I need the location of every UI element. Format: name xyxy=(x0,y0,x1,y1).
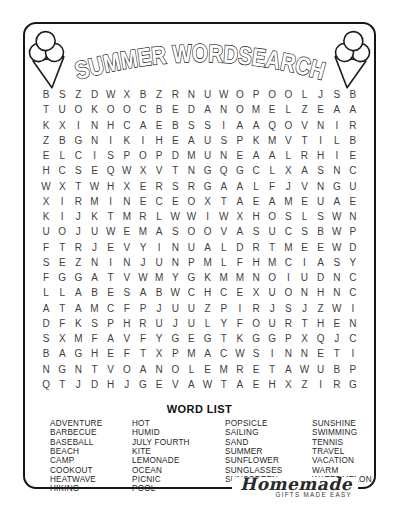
grid-cell: A xyxy=(232,118,248,133)
grid-cell: E xyxy=(38,148,54,163)
grid-cell: T xyxy=(216,331,232,346)
word-item: SAND xyxy=(225,438,312,447)
grid-cell: G xyxy=(248,331,264,346)
grid-cell: M xyxy=(216,270,232,285)
grid-cell: T xyxy=(135,346,151,361)
grid-cell: Y xyxy=(345,255,361,270)
grid-cell: P xyxy=(151,148,167,163)
grid-cell: F xyxy=(232,316,248,331)
grid-cell: N xyxy=(86,133,102,148)
grid-cell: B xyxy=(38,87,54,102)
grid-cell: L xyxy=(216,255,232,270)
grid-cell: H xyxy=(86,346,102,361)
grid-cell: N xyxy=(70,362,86,377)
grid-cell: G xyxy=(54,270,70,285)
grid-cell: J xyxy=(86,240,102,255)
grid-cell: W xyxy=(167,209,183,224)
grid-cell: E xyxy=(313,240,329,255)
word-item: SUNFLOWER xyxy=(225,456,312,465)
grid-cell: A xyxy=(151,224,167,239)
grid-cell: A xyxy=(54,346,70,361)
grid-cell: A xyxy=(232,377,248,392)
grid-cell: G xyxy=(135,377,151,392)
grid-cell: T xyxy=(70,179,86,194)
grid-cell: N xyxy=(296,346,312,361)
grid-cell: T xyxy=(86,362,102,377)
grid-cell: J xyxy=(296,301,312,316)
grid-cell: S xyxy=(199,118,215,133)
grid-cell: J xyxy=(119,377,135,392)
grid-cell: U xyxy=(345,179,361,194)
grid-cell: X xyxy=(54,179,70,194)
grid-cell: W xyxy=(216,209,232,224)
grid-cell: V xyxy=(119,331,135,346)
grid-cell: I xyxy=(313,133,329,148)
grid-cell: B xyxy=(313,224,329,239)
grid-cell: U xyxy=(313,194,329,209)
grid-cell: Q xyxy=(103,163,119,178)
grid-cell: A xyxy=(264,148,280,163)
grid-cell: N xyxy=(86,118,102,133)
grid-cell: A xyxy=(329,194,345,209)
grid-cell: R xyxy=(248,301,264,316)
grid-cell: A xyxy=(280,362,296,377)
grid-cell: R xyxy=(70,240,86,255)
grid-cell: B xyxy=(329,362,345,377)
grid-cell: M xyxy=(70,331,86,346)
word-item: CAMP xyxy=(50,456,132,465)
grid-cell: X xyxy=(38,194,54,209)
grid-cell: I xyxy=(345,346,361,361)
word-item: HOT xyxy=(132,419,225,428)
grid-cell: U xyxy=(264,285,280,300)
grid-cell: K xyxy=(199,270,215,285)
word-item: BEACH xyxy=(50,447,132,456)
grid-cell: K xyxy=(119,133,135,148)
grid-cell: O xyxy=(199,224,215,239)
grid-cell: Y xyxy=(151,331,167,346)
grid-cell: B xyxy=(167,118,183,133)
grid-cell: R xyxy=(167,87,183,102)
word-item: POOL xyxy=(132,484,225,493)
word-item: LEMONADE xyxy=(132,456,225,465)
grid-cell: A xyxy=(232,224,248,239)
grid-cell: T xyxy=(103,209,119,224)
grid-cell: L xyxy=(54,148,70,163)
grid-cell: S xyxy=(216,133,232,148)
grid-cell: I xyxy=(313,377,329,392)
grid-cell: E xyxy=(345,148,361,163)
grid-cell: L xyxy=(216,240,232,255)
grid-cell: L xyxy=(329,133,345,148)
grid-cell: Z xyxy=(296,102,312,117)
grid-cell: S xyxy=(38,331,54,346)
grid-cell: E xyxy=(248,362,264,377)
ice-cream-cone-icon xyxy=(25,28,71,93)
grid-cell: I xyxy=(151,240,167,255)
grid-cell: D xyxy=(86,377,102,392)
grid-cell: J xyxy=(70,224,86,239)
grid-cell: E xyxy=(313,102,329,117)
grid-cell: M xyxy=(264,255,280,270)
grid-cell: W xyxy=(183,209,199,224)
grid-cell: U xyxy=(199,87,215,102)
word-item: POPSICLE xyxy=(225,419,312,428)
grid-cell: E xyxy=(135,179,151,194)
grid-cell: O xyxy=(280,118,296,133)
grid-cell: P xyxy=(183,255,199,270)
grid-cell: U xyxy=(167,301,183,316)
grid-cell: L xyxy=(296,209,312,224)
grid-cell: H xyxy=(313,316,329,331)
grid-cell: A xyxy=(345,102,361,117)
grid-cell: R xyxy=(232,362,248,377)
grid-cell: N xyxy=(296,285,312,300)
grid-cell: E xyxy=(232,285,248,300)
grid-cell: P xyxy=(216,301,232,316)
grid-cell: H xyxy=(248,209,264,224)
grid-cell: K xyxy=(38,118,54,133)
word-item: SUMMER xyxy=(225,447,312,456)
grid-cell: O xyxy=(248,316,264,331)
grid-cell: Y xyxy=(135,240,151,255)
grid-cell: T xyxy=(167,163,183,178)
grid-cell: H xyxy=(103,118,119,133)
grid-cell: C xyxy=(280,255,296,270)
grid-cell: E xyxy=(119,224,135,239)
grid-cell: A xyxy=(199,240,215,255)
grid-cell: J xyxy=(313,87,329,102)
grid-cell: J xyxy=(151,301,167,316)
grid-cell: T xyxy=(54,301,70,316)
grid-cell: M xyxy=(183,148,199,163)
grid-cell: D xyxy=(167,148,183,163)
grid-cell: S xyxy=(54,87,70,102)
grid-cell: I xyxy=(345,301,361,316)
grid-cell: M xyxy=(86,301,102,316)
grid-cell: N xyxy=(329,285,345,300)
grid-cell: U xyxy=(151,316,167,331)
grid-cell: I xyxy=(103,133,119,148)
letter-grid: BSZDWXBZRNUWOPOOLJSBTUOKOOCBEDANOMELZEAA… xyxy=(38,87,361,392)
grid-cell: M xyxy=(216,362,232,377)
grid-cell: O xyxy=(264,87,280,102)
grid-cell: B xyxy=(151,285,167,300)
grid-cell: S xyxy=(313,209,329,224)
grid-cell: O xyxy=(54,224,70,239)
word-list-column: ADVENTUREBARBECUEBASEBALLBEACHCAMPCOOKOU… xyxy=(50,419,132,494)
grid-cell: H xyxy=(264,377,280,392)
grid-cell: X xyxy=(119,179,135,194)
grid-cell: F xyxy=(135,331,151,346)
grid-cell: X xyxy=(280,163,296,178)
grid-cell: V xyxy=(280,133,296,148)
grid-cell: E xyxy=(232,148,248,163)
grid-cell: L xyxy=(38,285,54,300)
grid-cell: A xyxy=(199,346,215,361)
grid-cell: O xyxy=(70,102,86,117)
grid-cell: H xyxy=(313,148,329,163)
grid-cell: G xyxy=(167,331,183,346)
grid-cell: N xyxy=(167,240,183,255)
grid-cell: A xyxy=(70,301,86,316)
grid-cell: C xyxy=(183,285,199,300)
grid-cell: X xyxy=(135,163,151,178)
grid-cell: M xyxy=(86,194,102,209)
grid-cell: R xyxy=(280,316,296,331)
grid-cell: F xyxy=(119,301,135,316)
grid-cell: S xyxy=(329,87,345,102)
grid-cell: O xyxy=(264,270,280,285)
grid-cell: C xyxy=(103,301,119,316)
grid-cell: U xyxy=(296,270,312,285)
grid-cell: W xyxy=(216,87,232,102)
grid-cell: B xyxy=(345,133,361,148)
grid-cell: Z xyxy=(70,255,86,270)
grid-cell: E xyxy=(329,316,345,331)
grid-cell: C xyxy=(119,118,135,133)
word-item: BARBECUE xyxy=(50,428,132,437)
ice-cream-cone-icon xyxy=(328,28,374,93)
grid-cell: F xyxy=(38,240,54,255)
word-item: HEATWAVE xyxy=(50,475,132,484)
grid-cell: I xyxy=(54,194,70,209)
grid-cell: G xyxy=(70,346,86,361)
grid-cell: W xyxy=(103,224,119,239)
grid-cell: S xyxy=(280,301,296,316)
grid-cell: D xyxy=(86,87,102,102)
grid-cell: X xyxy=(151,346,167,361)
grid-cell: O xyxy=(232,102,248,117)
grid-cell: A xyxy=(86,270,102,285)
grid-cell: N xyxy=(151,362,167,377)
grid-cell: S xyxy=(248,224,264,239)
grid-cell: A xyxy=(232,179,248,194)
grid-cell: A xyxy=(296,163,312,178)
grid-cell: C xyxy=(345,163,361,178)
word-list-heading: WORD LIST xyxy=(25,403,374,415)
grid-cell: A xyxy=(103,331,119,346)
grid-cell: E xyxy=(151,377,167,392)
grid-cell: J xyxy=(329,331,345,346)
grid-cell: S xyxy=(167,179,183,194)
grid-cell: S xyxy=(86,316,102,331)
grid-cell: D xyxy=(38,316,54,331)
grid-cell: Q xyxy=(264,118,280,133)
grid-cell: S xyxy=(280,209,296,224)
grid-cell: K xyxy=(38,209,54,224)
grid-cell: Z xyxy=(38,133,54,148)
grid-cell: D xyxy=(313,270,329,285)
grid-cell: V xyxy=(151,163,167,178)
grid-cell: A xyxy=(329,102,345,117)
grid-cell: R xyxy=(296,148,312,163)
grid-cell: O xyxy=(183,224,199,239)
grid-cell: I xyxy=(103,194,119,209)
grid-cell: U xyxy=(54,102,70,117)
grid-cell: A xyxy=(183,133,199,148)
grid-cell: M xyxy=(280,240,296,255)
grid-cell: N xyxy=(329,163,345,178)
grid-cell: I xyxy=(264,346,280,361)
word-item: SAILING xyxy=(225,428,312,437)
grid-cell: W xyxy=(38,179,54,194)
grid-cell: N xyxy=(119,194,135,209)
grid-cell: H xyxy=(103,377,119,392)
grid-cell: U xyxy=(199,133,215,148)
grid-cell: M xyxy=(151,270,167,285)
grid-cell: H xyxy=(313,285,329,300)
grid-cell: R xyxy=(345,118,361,133)
grid-cell: X xyxy=(119,87,135,102)
grid-cell: T xyxy=(38,102,54,117)
grid-cell: G xyxy=(183,270,199,285)
grid-cell: L xyxy=(248,179,264,194)
grid-cell: W xyxy=(199,377,215,392)
grid-cell: X xyxy=(280,377,296,392)
grid-cell: O xyxy=(119,362,135,377)
grid-cell: M xyxy=(135,224,151,239)
grid-cell: P xyxy=(135,301,151,316)
grid-cell: L xyxy=(280,102,296,117)
grid-cell: T xyxy=(54,377,70,392)
grid-cell: N xyxy=(248,270,264,285)
word-list-column: HOTHUMIDJULY FOURTHKITELEMONADEOCEANPICN… xyxy=(132,419,225,494)
grid-cell: G xyxy=(264,331,280,346)
grid-cell: S xyxy=(248,346,264,361)
grid-cell: X xyxy=(54,331,70,346)
grid-cell: Y xyxy=(216,316,232,331)
grid-cell: A xyxy=(135,362,151,377)
grid-cell: K xyxy=(232,331,248,346)
grid-cell: G xyxy=(199,331,215,346)
grid-cell: T xyxy=(264,240,280,255)
word-item: COOKOUT xyxy=(50,466,132,475)
grid-cell: F xyxy=(38,270,54,285)
grid-cell: K xyxy=(86,102,102,117)
grid-cell: M xyxy=(232,270,248,285)
grid-cell: N xyxy=(216,148,232,163)
grid-cell: C xyxy=(216,346,232,361)
grid-cell: T xyxy=(329,346,345,361)
grid-cell: S xyxy=(70,163,86,178)
grid-cell: P xyxy=(345,224,361,239)
grid-cell: W xyxy=(329,240,345,255)
grid-cell: P xyxy=(280,331,296,346)
grid-cell: E xyxy=(264,102,280,117)
grid-cell: E xyxy=(296,194,312,209)
grid-cell: O xyxy=(119,102,135,117)
grid-cell: A xyxy=(313,255,329,270)
grid-cell: W xyxy=(86,179,102,194)
grid-cell: N xyxy=(345,316,361,331)
grid-cell: H xyxy=(248,255,264,270)
grid-cell: T xyxy=(54,240,70,255)
grid-cell: B xyxy=(135,87,151,102)
grid-cell: R xyxy=(135,209,151,224)
grid-cell: N xyxy=(38,362,54,377)
grid-cell: F xyxy=(232,255,248,270)
grid-cell: U xyxy=(264,316,280,331)
grid-cell: E xyxy=(103,285,119,300)
grid-cell: L xyxy=(296,87,312,102)
grid-cell: P xyxy=(232,133,248,148)
grid-cell: I xyxy=(70,118,86,133)
grid-cell: I xyxy=(329,118,345,133)
grid-cell: O xyxy=(280,285,296,300)
grid-cell: V xyxy=(296,118,312,133)
grid-cell: M xyxy=(264,133,280,148)
grid-cell: S xyxy=(313,163,329,178)
grid-cell: U xyxy=(86,224,102,239)
grid-cell: D xyxy=(183,102,199,117)
word-item: VACATION xyxy=(312,456,372,465)
grid-cell: E xyxy=(167,194,183,209)
grid-cell: P xyxy=(103,316,119,331)
grid-cell: E xyxy=(151,118,167,133)
grid-cell: E xyxy=(345,194,361,209)
grid-cell: P xyxy=(248,87,264,102)
grid-cell: E xyxy=(167,133,183,148)
grid-cell: K xyxy=(86,209,102,224)
grid-cell: S xyxy=(119,285,135,300)
grid-cell: N xyxy=(86,255,102,270)
grid-cell: E xyxy=(248,194,264,209)
grid-cell: F xyxy=(86,331,102,346)
word-item: KITE xyxy=(132,447,225,456)
grid-cell: R xyxy=(135,316,151,331)
grid-cell: T xyxy=(216,194,232,209)
grid-cell: V xyxy=(103,362,119,377)
grid-cell: O xyxy=(264,209,280,224)
grid-cell: T xyxy=(103,270,119,285)
grid-cell: O xyxy=(135,148,151,163)
grid-cell: I xyxy=(199,209,215,224)
grid-cell: E xyxy=(103,346,119,361)
grid-cell: I xyxy=(54,209,70,224)
grid-cell: X xyxy=(199,194,215,209)
grid-cell: L xyxy=(54,285,70,300)
grid-cell: W xyxy=(329,301,345,316)
word-item: TRAVEL xyxy=(312,447,372,456)
grid-cell: W xyxy=(103,87,119,102)
word-item: OCEAN xyxy=(132,466,225,475)
grid-cell: A xyxy=(135,285,151,300)
grid-cell: C xyxy=(216,285,232,300)
grid-cell: X xyxy=(232,209,248,224)
grid-cell: C xyxy=(70,148,86,163)
grid-cell: S xyxy=(103,148,119,163)
grid-cell: W xyxy=(232,346,248,361)
grid-cell: R xyxy=(183,179,199,194)
grid-cell: I xyxy=(329,148,345,163)
grid-cell: V xyxy=(296,179,312,194)
grid-cell: C xyxy=(345,285,361,300)
grid-cell: S xyxy=(38,255,54,270)
word-item: SUNSHINE xyxy=(312,419,372,428)
grid-cell: L xyxy=(183,362,199,377)
grid-cell: A xyxy=(70,285,86,300)
grid-cell: A xyxy=(232,194,248,209)
grid-cell: G xyxy=(199,163,215,178)
grid-cell: X xyxy=(296,331,312,346)
brand-logo: Homemade GIFTS MADE EASY xyxy=(232,477,358,498)
word-item: BASEBALL xyxy=(50,438,132,447)
grid-cell: I xyxy=(103,255,119,270)
grid-cell: Q xyxy=(313,331,329,346)
grid-cell: N xyxy=(313,118,329,133)
grid-cell: A xyxy=(264,194,280,209)
